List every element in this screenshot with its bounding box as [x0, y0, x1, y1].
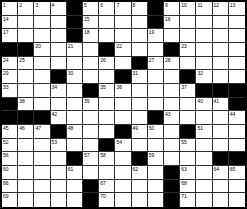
- cell-r12c3[interactable]: [34, 152, 50, 166]
- cell-r14c13[interactable]: [196, 180, 212, 194]
- clue-number-53: 53: [52, 139, 58, 145]
- cell-r4c3[interactable]: 20: [34, 43, 50, 57]
- clue-number-70: 70: [100, 193, 106, 199]
- black-square-r1c5: [67, 2, 83, 16]
- clue-number-40: 40: [197, 98, 203, 104]
- cell-r2c6[interactable]: 15: [83, 16, 99, 30]
- cell-r2c12[interactable]: [180, 16, 196, 30]
- cell-r11c5[interactable]: [67, 139, 83, 153]
- clue-number-69: 69: [3, 193, 9, 199]
- clue-number-66: 66: [3, 180, 9, 186]
- cell-r4c5[interactable]: 21: [67, 43, 83, 57]
- clue-number-52: 52: [3, 139, 9, 145]
- cell-r4c13[interactable]: [196, 43, 212, 57]
- cell-r7c5[interactable]: [67, 84, 83, 98]
- cell-r5c15[interactable]: [229, 57, 245, 71]
- cell-r14c15[interactable]: [229, 180, 245, 194]
- clue-number-49: 49: [133, 125, 139, 131]
- cell-r15c12[interactable]: 71: [180, 193, 196, 207]
- clue-number-37: 37: [181, 84, 187, 90]
- cell-r8c2[interactable]: 38: [18, 98, 34, 112]
- cell-r9c8[interactable]: [115, 111, 131, 125]
- cell-r1c2[interactable]: 2: [18, 2, 34, 16]
- clue-number-50: 50: [149, 125, 155, 131]
- cell-r11c2[interactable]: [18, 139, 34, 153]
- clue-number-65: 65: [230, 166, 236, 172]
- cell-r13c2[interactable]: [18, 166, 34, 180]
- clue-number-29: 29: [3, 70, 9, 76]
- cell-r3c12[interactable]: [180, 29, 196, 43]
- cell-r1c9[interactable]: 8: [132, 2, 148, 16]
- black-square-r13c11: [164, 166, 180, 180]
- cell-r8c6[interactable]: 39: [83, 98, 99, 112]
- clue-number-22: 22: [116, 43, 122, 49]
- cell-r5c3[interactable]: [34, 57, 50, 71]
- black-square-r2c5: [67, 16, 83, 30]
- cell-r7c10[interactable]: [148, 84, 164, 98]
- cell-r11c1[interactable]: 52: [2, 139, 18, 153]
- cell-r3c2[interactable]: [18, 29, 34, 43]
- cell-r10c13[interactable]: 51: [196, 125, 212, 139]
- cell-r9c14[interactable]: [213, 111, 229, 125]
- black-square-r12c14: [213, 152, 229, 166]
- black-square-r10c4: [51, 125, 67, 139]
- black-square-r12c9: [132, 152, 148, 166]
- cell-r14c1[interactable]: 66: [2, 180, 18, 194]
- cell-r10c2[interactable]: 46: [18, 125, 34, 139]
- cell-r3c15[interactable]: [229, 29, 245, 43]
- cell-r13c12[interactable]: 63: [180, 166, 196, 180]
- cell-r7c4[interactable]: 34: [51, 84, 67, 98]
- black-square-r6c12: [180, 70, 196, 84]
- clue-number-12: 12: [214, 2, 220, 8]
- cell-r9c6[interactable]: [83, 111, 99, 125]
- cell-r2c1[interactable]: 14: [2, 16, 18, 30]
- cell-r12c1[interactable]: 56: [2, 152, 18, 166]
- cell-r1c4[interactable]: 4: [51, 2, 67, 16]
- cell-r9c4[interactable]: 42: [51, 111, 67, 125]
- cell-r6c14[interactable]: [213, 70, 229, 84]
- cell-r1c14[interactable]: 12: [213, 2, 229, 16]
- cell-r3c11[interactable]: [164, 29, 180, 43]
- cell-r10c9[interactable]: 49: [132, 125, 148, 139]
- cell-r5c1[interactable]: 24: [2, 57, 18, 71]
- cell-r10c5[interactable]: 48: [67, 125, 83, 139]
- clue-number-71: 71: [181, 193, 187, 199]
- cell-r1c7[interactable]: 6: [99, 2, 115, 16]
- clue-number-3: 3: [35, 2, 38, 8]
- cell-r2c15[interactable]: [229, 16, 245, 30]
- black-square-r9c10: [148, 111, 164, 125]
- clue-number-14: 14: [3, 16, 9, 22]
- black-square-r12c15: [229, 152, 245, 166]
- cell-r13c1[interactable]: 60: [2, 166, 18, 180]
- cell-r14c2[interactable]: [18, 180, 34, 194]
- cell-r13c9[interactable]: 62: [132, 166, 148, 180]
- clue-number-20: 20: [35, 43, 41, 49]
- clue-number-43: 43: [165, 111, 171, 117]
- clue-number-54: 54: [116, 139, 122, 145]
- cell-r4c14[interactable]: [213, 43, 229, 57]
- cell-r8c7[interactable]: [99, 98, 115, 112]
- cell-r6c1[interactable]: 29: [2, 70, 18, 84]
- cell-r6c9[interactable]: 31: [132, 70, 148, 84]
- clue-number-11: 11: [197, 2, 202, 8]
- cell-r15c2[interactable]: [18, 193, 34, 207]
- cell-r7c8[interactable]: 36: [115, 84, 131, 98]
- cell-r5c10[interactable]: 27: [148, 57, 164, 71]
- cell-r14c5[interactable]: [67, 180, 83, 194]
- cell-r3c14[interactable]: [213, 29, 229, 43]
- black-square-r5c9: [132, 57, 148, 71]
- clue-number-39: 39: [84, 98, 90, 104]
- cell-r9c5[interactable]: [67, 111, 83, 125]
- cell-r12c6[interactable]: 57: [83, 152, 99, 166]
- cell-r5c6[interactable]: [83, 57, 99, 71]
- cell-r9c7[interactable]: [99, 111, 115, 125]
- cell-r15c3[interactable]: [34, 193, 50, 207]
- cell-r3c9[interactable]: [132, 29, 148, 43]
- cell-r3c3[interactable]: [34, 29, 50, 43]
- cell-r11c11[interactable]: [164, 139, 180, 153]
- clue-number-33: 33: [3, 84, 9, 90]
- clue-number-9: 9: [165, 2, 168, 8]
- cell-r13c4[interactable]: [51, 166, 67, 180]
- clue-number-27: 27: [149, 57, 155, 63]
- clue-number-4: 4: [52, 2, 55, 8]
- cell-r1c1[interactable]: 1: [2, 2, 18, 16]
- black-square-r10c8: [115, 125, 131, 139]
- cell-r12c4[interactable]: [51, 152, 67, 166]
- cell-r11c6[interactable]: [83, 139, 99, 153]
- cell-r5c5[interactable]: [67, 57, 83, 71]
- cell-r11c8[interactable]: 54: [115, 139, 131, 153]
- clue-number-64: 64: [214, 166, 220, 172]
- cell-r15c8[interactable]: [115, 193, 131, 207]
- clue-number-44: 44: [230, 111, 236, 117]
- clue-number-1: 1: [3, 2, 6, 8]
- black-square-r4c11: [164, 43, 180, 57]
- cell-r10c6[interactable]: [83, 125, 99, 139]
- cell-r13c6[interactable]: [83, 166, 99, 180]
- cell-r5c11[interactable]: 28: [164, 57, 180, 71]
- cell-r9c15[interactable]: 44: [229, 111, 245, 125]
- cell-r7c2[interactable]: [18, 84, 34, 98]
- black-square-r3c5: [67, 29, 83, 43]
- clue-number-6: 6: [100, 2, 103, 8]
- cell-r5c2[interactable]: 25: [18, 57, 34, 71]
- clue-number-38: 38: [19, 98, 25, 104]
- cell-r8c5[interactable]: [67, 98, 83, 112]
- black-square-r11c7: [99, 139, 115, 153]
- cell-r11c12[interactable]: 55: [180, 139, 196, 153]
- clue-number-13: 13: [230, 2, 236, 8]
- clue-number-57: 57: [84, 152, 90, 158]
- black-square-r4c7: [99, 43, 115, 57]
- cell-r8c4[interactable]: [51, 98, 67, 112]
- cell-r6c15[interactable]: [229, 70, 245, 84]
- cell-r10c1[interactable]: 45: [2, 125, 18, 139]
- cell-r8c11[interactable]: [164, 98, 180, 112]
- cell-r8c3[interactable]: [34, 98, 50, 112]
- cell-r8c13[interactable]: 40: [196, 98, 212, 112]
- cell-r13c3[interactable]: [34, 166, 50, 180]
- cell-r15c13[interactable]: [196, 193, 212, 207]
- clue-number-60: 60: [3, 166, 9, 172]
- clue-number-62: 62: [133, 166, 139, 172]
- cell-r2c14[interactable]: [213, 16, 229, 30]
- cell-r4c15[interactable]: [229, 43, 245, 57]
- cell-r15c4[interactable]: [51, 193, 67, 207]
- clue-number-58: 58: [100, 152, 106, 158]
- cell-r14c3[interactable]: [34, 180, 50, 194]
- cell-r10c10[interactable]: 50: [148, 125, 164, 139]
- clue-number-2: 2: [19, 2, 22, 8]
- cell-r12c11[interactable]: [164, 152, 180, 166]
- black-square-r9c3: [34, 111, 50, 125]
- cell-r15c7[interactable]: 70: [99, 193, 115, 207]
- clue-number-10: 10: [181, 2, 187, 8]
- cell-r6c3[interactable]: [34, 70, 50, 84]
- cell-r13c15[interactable]: 65: [229, 166, 245, 180]
- cell-r15c15[interactable]: [229, 193, 245, 207]
- cell-r8c14[interactable]: 41: [213, 98, 229, 112]
- black-square-r9c1: [2, 111, 18, 125]
- clue-number-35: 35: [100, 84, 106, 90]
- black-square-r4c1: [2, 43, 18, 57]
- clue-number-23: 23: [181, 43, 187, 49]
- cell-r8c9[interactable]: [132, 98, 148, 112]
- clue-number-59: 59: [149, 152, 155, 158]
- cell-r15c5[interactable]: [67, 193, 83, 207]
- black-square-r6c4: [51, 70, 67, 84]
- black-square-r14c11: [164, 180, 180, 194]
- cell-r7c12[interactable]: 37: [180, 84, 196, 98]
- cell-r1c6[interactable]: 5: [83, 2, 99, 16]
- clue-number-48: 48: [68, 125, 74, 131]
- cell-r10c7[interactable]: [99, 125, 115, 139]
- cell-r2c9[interactable]: [132, 16, 148, 30]
- cell-r12c12[interactable]: [180, 152, 196, 166]
- cell-r6c5[interactable]: 30: [67, 70, 83, 84]
- clue-number-47: 47: [35, 125, 41, 131]
- clue-number-21: 21: [68, 43, 74, 49]
- clue-number-46: 46: [19, 125, 25, 131]
- cell-r4c8[interactable]: 22: [115, 43, 131, 57]
- cell-r11c10[interactable]: [148, 139, 164, 153]
- cell-r5c14[interactable]: [213, 57, 229, 71]
- black-square-r10c12: [180, 125, 196, 139]
- cell-r5c13[interactable]: [196, 57, 212, 71]
- cell-r8c8[interactable]: [115, 98, 131, 112]
- cell-r12c7[interactable]: 58: [99, 152, 115, 166]
- cell-r1c13[interactable]: 11: [196, 2, 212, 16]
- cell-r14c8[interactable]: [115, 180, 131, 194]
- clue-number-18: 18: [84, 29, 90, 35]
- cell-r1c15[interactable]: 13: [229, 2, 245, 16]
- cell-r6c11[interactable]: [164, 70, 180, 84]
- black-square-r15c11: [164, 193, 180, 207]
- clue-number-24: 24: [3, 57, 9, 63]
- cell-r14c14[interactable]: [213, 180, 229, 194]
- black-square-r7c14: [213, 84, 229, 98]
- black-square-r6c8: [115, 70, 131, 84]
- black-square-r9c2: [18, 111, 34, 125]
- clue-number-19: 19: [149, 29, 155, 35]
- cell-r14c10[interactable]: [148, 180, 164, 194]
- cell-r14c9[interactable]: [132, 180, 148, 194]
- cell-r3c13[interactable]: [196, 29, 212, 43]
- cell-r1c3[interactable]: 3: [34, 2, 50, 16]
- clue-number-51: 51: [197, 125, 203, 131]
- black-square-r14c6: [83, 180, 99, 194]
- cell-r14c12[interactable]: 68: [180, 180, 196, 194]
- black-square-r4c2: [18, 43, 34, 57]
- cell-r7c3[interactable]: [34, 84, 50, 98]
- cell-r12c2[interactable]: [18, 152, 34, 166]
- cell-r7c11[interactable]: [164, 84, 180, 98]
- cell-r10c14[interactable]: [213, 125, 229, 139]
- clue-number-55: 55: [181, 139, 187, 145]
- cell-r11c9[interactable]: [132, 139, 148, 153]
- cell-r8c10[interactable]: [148, 98, 164, 112]
- cell-r6c2[interactable]: [18, 70, 34, 84]
- cell-r9c13[interactable]: [196, 111, 212, 125]
- clue-number-34: 34: [52, 84, 58, 90]
- cell-r3c6[interactable]: 18: [83, 29, 99, 43]
- clue-number-25: 25: [19, 57, 25, 63]
- cell-r5c12[interactable]: [180, 57, 196, 71]
- clue-number-67: 67: [100, 180, 106, 186]
- black-square-r8c15: [229, 98, 245, 112]
- cell-r14c4[interactable]: [51, 180, 67, 194]
- cell-r10c15[interactable]: [229, 125, 245, 139]
- cell-r5c8[interactable]: [115, 57, 131, 71]
- cell-r11c15[interactable]: [229, 139, 245, 153]
- cell-r4c10[interactable]: [148, 43, 164, 57]
- crossword-grid: 1234567891011121314151617181920212223242…: [0, 0, 247, 209]
- cell-r5c7[interactable]: 26: [99, 57, 115, 71]
- black-square-r12c5: [67, 152, 83, 166]
- clue-number-5: 5: [84, 2, 87, 8]
- clue-number-32: 32: [197, 70, 203, 76]
- cell-r11c3[interactable]: [34, 139, 50, 153]
- cell-r13c5[interactable]: 61: [67, 166, 83, 180]
- cell-r13c10[interactable]: [148, 166, 164, 180]
- cell-r4c6[interactable]: [83, 43, 99, 57]
- clue-number-61: 61: [68, 166, 74, 172]
- cell-r12c8[interactable]: [115, 152, 131, 166]
- cell-r13c7[interactable]: [99, 166, 115, 180]
- black-square-r15c6: [83, 193, 99, 207]
- cell-r9c11[interactable]: 43: [164, 111, 180, 125]
- cell-r6c13[interactable]: 32: [196, 70, 212, 84]
- cell-r2c4[interactable]: [51, 16, 67, 30]
- clue-number-7: 7: [116, 2, 119, 8]
- cell-r15c14[interactable]: [213, 193, 229, 207]
- cell-r7c1[interactable]: 33: [2, 84, 18, 98]
- clue-number-36: 36: [116, 84, 122, 90]
- cell-r11c4[interactable]: 53: [51, 139, 67, 153]
- cell-r6c10[interactable]: [148, 70, 164, 84]
- cell-r15c1[interactable]: 69: [2, 193, 18, 207]
- clue-number-45: 45: [3, 125, 9, 131]
- cell-r2c2[interactable]: [18, 16, 34, 30]
- cell-r2c7[interactable]: [99, 16, 115, 30]
- clue-number-63: 63: [181, 166, 187, 172]
- cell-r7c7[interactable]: 35: [99, 84, 115, 98]
- cell-r6c7[interactable]: [99, 70, 115, 84]
- cell-r5c4[interactable]: [51, 57, 67, 71]
- clue-number-16: 16: [165, 16, 171, 22]
- cell-r12c13[interactable]: [196, 152, 212, 166]
- cell-r1c11[interactable]: 9: [164, 2, 180, 16]
- clue-number-68: 68: [181, 180, 187, 186]
- clue-number-41: 41: [214, 98, 220, 104]
- cell-r12c10[interactable]: 59: [148, 152, 164, 166]
- cell-r2c13[interactable]: [196, 16, 212, 30]
- cell-r3c1[interactable]: 17: [2, 29, 18, 43]
- clue-number-8: 8: [133, 2, 136, 8]
- cell-r4c9[interactable]: [132, 43, 148, 57]
- cell-r3c8[interactable]: [115, 29, 131, 43]
- cell-r15c10[interactable]: [148, 193, 164, 207]
- cell-r2c8[interactable]: [115, 16, 131, 30]
- black-square-r8c1: [2, 98, 18, 112]
- cell-r14c7[interactable]: 67: [99, 180, 115, 194]
- cell-r11c13[interactable]: [196, 139, 212, 153]
- cell-r11c14[interactable]: [213, 139, 229, 153]
- cell-r3c7[interactable]: [99, 29, 115, 43]
- clue-number-30: 30: [68, 70, 74, 76]
- clue-number-28: 28: [165, 57, 171, 63]
- clue-number-15: 15: [84, 16, 90, 22]
- cell-r4c4[interactable]: [51, 43, 67, 57]
- cell-r13c8[interactable]: [115, 166, 131, 180]
- cell-r7c9[interactable]: [132, 84, 148, 98]
- cell-r2c3[interactable]: [34, 16, 50, 30]
- cell-r10c3[interactable]: 47: [34, 125, 50, 139]
- cell-r3c4[interactable]: [51, 29, 67, 43]
- black-square-r1c10: [148, 2, 164, 16]
- black-square-r7c6: [83, 84, 99, 98]
- clue-number-17: 17: [3, 29, 9, 35]
- clue-number-56: 56: [3, 152, 9, 158]
- cell-r4c12[interactable]: 23: [180, 43, 196, 57]
- cell-r9c12[interactable]: [180, 111, 196, 125]
- cell-r8c12[interactable]: [180, 98, 196, 112]
- clue-number-26: 26: [100, 57, 106, 63]
- clue-number-31: 31: [133, 70, 139, 76]
- cell-r15c9[interactable]: [132, 193, 148, 207]
- cell-r3c10[interactable]: 19: [148, 29, 164, 43]
- cell-r9c9[interactable]: [132, 111, 148, 125]
- cell-r13c13[interactable]: [196, 166, 212, 180]
- black-square-r7c15: [229, 84, 245, 98]
- cell-r6c6[interactable]: [83, 70, 99, 84]
- black-square-r2c10: [148, 16, 164, 30]
- cell-r13c14[interactable]: 64: [213, 166, 229, 180]
- cell-r2c11[interactable]: 16: [164, 16, 180, 30]
- cell-r1c8[interactable]: 7: [115, 2, 131, 16]
- cell-r1c12[interactable]: 10: [180, 2, 196, 16]
- black-square-r7c13: [196, 84, 212, 98]
- cell-r10c11[interactable]: [164, 125, 180, 139]
- clue-number-42: 42: [52, 111, 58, 117]
